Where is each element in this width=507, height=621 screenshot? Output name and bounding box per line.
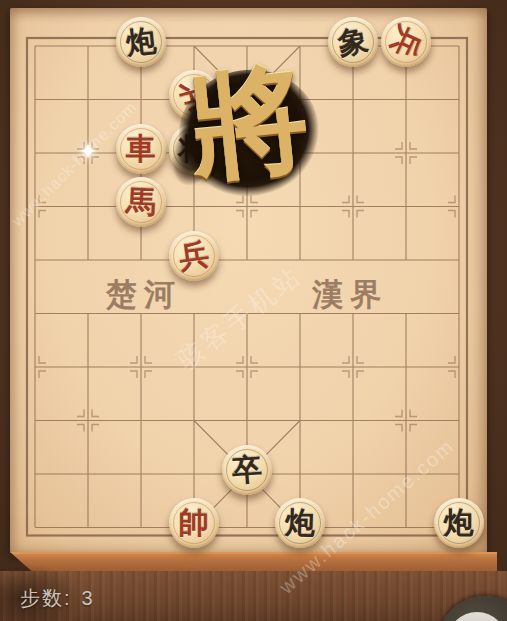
piece-character: 炮 bbox=[444, 508, 474, 538]
step-counter-label: 步数: bbox=[20, 587, 72, 609]
piece-red-soldier-c[interactable]: 兵 bbox=[169, 231, 219, 281]
piece-character: 帥 bbox=[179, 508, 209, 538]
piece-character: 象 bbox=[335, 24, 370, 59]
piece-layer: 炮象兵兵車将馬兵卒帥炮炮 bbox=[8, 19, 485, 554]
piece-red-chariot[interactable]: 車 bbox=[116, 124, 166, 174]
piece-character: 馬 bbox=[125, 186, 157, 218]
piece-black-general[interactable]: 将 bbox=[169, 124, 219, 174]
piece-character: 将 bbox=[179, 134, 209, 164]
piece-red-general[interactable]: 帥 bbox=[169, 498, 219, 548]
step-counter-value: 3 bbox=[82, 587, 95, 609]
piece-character: 車 bbox=[126, 134, 156, 164]
piece-red-soldier-b[interactable]: 兵 bbox=[169, 70, 219, 120]
piece-character: 炮 bbox=[124, 25, 157, 58]
piece-red-soldier-a[interactable]: 兵 bbox=[381, 17, 431, 67]
piece-character: 卒 bbox=[230, 454, 262, 486]
last-move-sparkle-icon: ✦ bbox=[74, 138, 102, 166]
corner-button-face bbox=[447, 612, 507, 621]
piece-character: 兵 bbox=[177, 239, 211, 273]
piece-character: 兵 bbox=[175, 77, 212, 114]
piece-character: 炮 bbox=[284, 508, 315, 539]
piece-black-soldier[interactable]: 卒 bbox=[222, 445, 272, 495]
game-screen: 楚河 漢界 炮象兵兵車将馬兵卒帥炮炮 ✦ 將 步数:3 www.hack-hom… bbox=[0, 0, 507, 621]
piece-black-cannon-b[interactable]: 炮 bbox=[275, 498, 325, 548]
step-counter: 步数:3 bbox=[20, 585, 95, 612]
piece-character: 兵 bbox=[386, 22, 426, 62]
piece-black-elephant[interactable]: 象 bbox=[328, 17, 378, 67]
piece-black-cannon-a[interactable]: 炮 bbox=[116, 17, 166, 67]
piece-red-horse[interactable]: 馬 bbox=[116, 177, 166, 227]
piece-black-cannon-c[interactable]: 炮 bbox=[434, 498, 484, 548]
